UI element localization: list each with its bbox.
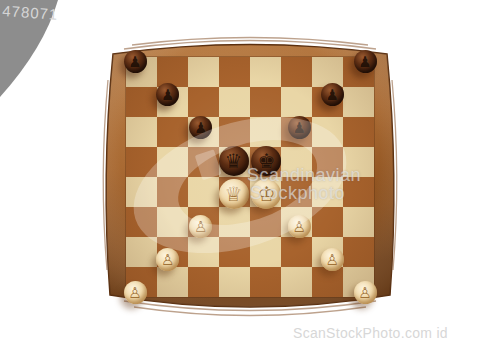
watermark-brand-line2: Stockphoto — [250, 183, 345, 204]
white-pawn: ♙ — [321, 248, 344, 271]
black-pawn: ♟ — [321, 83, 344, 106]
stock-photo-canvas: ♟♟♟♛♚♟♟♟♙♙♙♕♔♙♙♙ 478071 Scandinavian Sto… — [0, 0, 500, 343]
black-pawn-glyph-icon: ♟ — [194, 120, 207, 135]
white-queen: ♕ — [219, 179, 249, 209]
black-pawn-glyph-icon: ♟ — [358, 54, 371, 69]
black-pawn: ♟ — [189, 116, 212, 139]
white-pawn: ♙ — [156, 248, 179, 271]
white-pawn: ♙ — [288, 215, 311, 238]
black-pawn-glyph-icon: ♟ — [293, 120, 306, 135]
white-pawn: ♙ — [354, 281, 377, 304]
white-pawn-glyph-icon: ♙ — [161, 252, 174, 267]
white-queen-glyph-icon: ♕ — [225, 184, 243, 204]
black-pawn: ♟ — [156, 83, 179, 106]
black-pawn-glyph-icon: ♟ — [161, 87, 174, 102]
black-pawn: ♟ — [354, 50, 377, 73]
black-pawn: ♟ — [124, 50, 147, 73]
white-pawn-glyph-icon: ♙ — [358, 285, 371, 300]
black-pawn: ♟ — [288, 116, 311, 139]
white-pawn-glyph-icon: ♙ — [194, 219, 207, 234]
white-pawn: ♙ — [124, 281, 147, 304]
watermark-credit: ScanStockPhoto.com id 478071 — [293, 325, 500, 343]
black-pawn-glyph-icon: ♟ — [128, 54, 141, 69]
black-queen-glyph-icon: ♛ — [225, 151, 243, 171]
white-pawn-glyph-icon: ♙ — [325, 252, 338, 267]
white-pawn: ♙ — [189, 215, 212, 238]
black-pawn-glyph-icon: ♟ — [325, 87, 338, 102]
white-pawn-glyph-icon: ♙ — [128, 285, 141, 300]
white-pawn-glyph-icon: ♙ — [293, 219, 306, 234]
black-queen: ♛ — [219, 146, 249, 176]
